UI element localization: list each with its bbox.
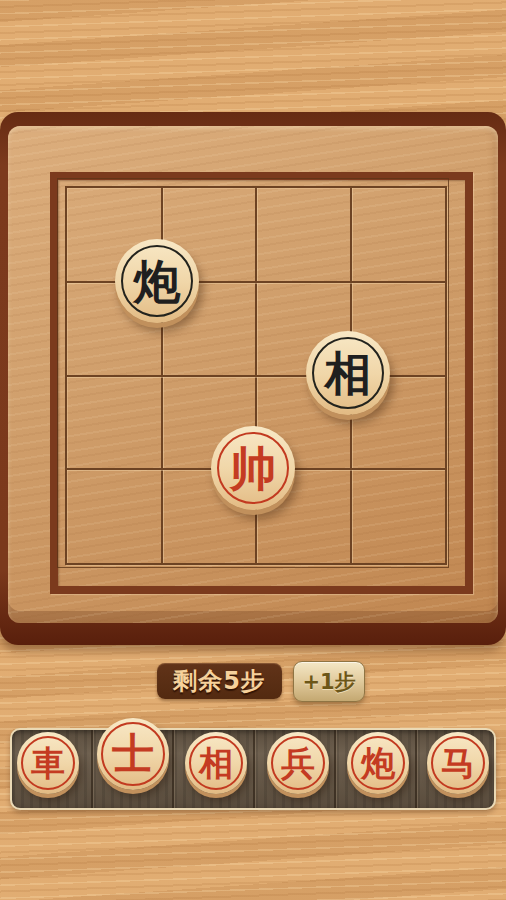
tray-piece-chariot[interactable]: 車 (17, 732, 79, 794)
board-piece-cannon-black[interactable]: 炮 (115, 239, 199, 323)
tray-piece-advisor[interactable]: 士 (97, 718, 169, 790)
remaining-steps-counter: 剩余5步 (157, 663, 282, 699)
game-screen: 炮 相 帅 剩余5步 +1步 車 士 相 兵 炮 马 (0, 0, 506, 900)
tray-piece-horse[interactable]: 马 (427, 732, 489, 794)
board-piece-elephant-black[interactable]: 相 (306, 331, 390, 415)
tray-divider (253, 730, 255, 808)
tray-divider (91, 730, 93, 808)
tray-piece-elephant[interactable]: 相 (185, 732, 247, 794)
tray-piece-cannon[interactable]: 炮 (347, 732, 409, 794)
tray-divider (415, 730, 417, 808)
add-step-button[interactable]: +1步 (293, 661, 365, 702)
tray-piece-soldier[interactable]: 兵 (267, 732, 329, 794)
board-frame (0, 112, 506, 645)
tray-divider (172, 730, 174, 808)
tray-divider (334, 730, 336, 808)
piece-tray (10, 728, 496, 810)
board-piece-general-red[interactable]: 帅 (211, 426, 295, 510)
